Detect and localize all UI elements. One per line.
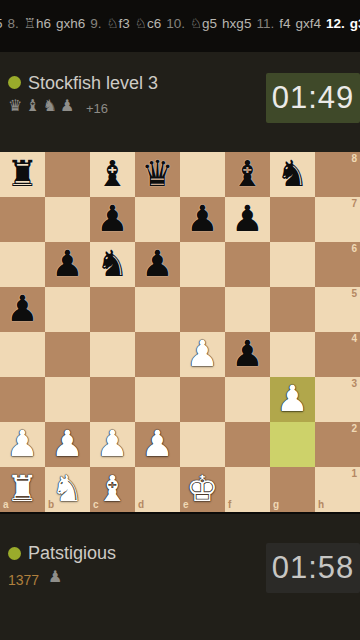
square-h2[interactable]: 2 (315, 422, 360, 467)
square-f7[interactable]: ♟ (225, 197, 270, 242)
file-label-e: e (183, 500, 189, 510)
move-token[interactable]: gxh6 (56, 16, 85, 31)
square-e1[interactable]: ♚e (180, 467, 225, 512)
square-g3[interactable]: ♟ (270, 377, 315, 422)
square-e4[interactable]: ♟ (180, 332, 225, 377)
square-a7[interactable] (0, 197, 45, 242)
black-rook[interactable]: ♜ (0, 152, 45, 197)
square-d3[interactable] (135, 377, 180, 422)
top-player-block: Stockfish level 3 ♛♝♞♟ +16 01:49 (0, 52, 360, 152)
square-g6[interactable] (270, 242, 315, 287)
square-h6[interactable]: 6 (315, 242, 360, 287)
bottom-captured-tray: ♟ (48, 569, 62, 585)
square-e7[interactable]: ♟ (180, 197, 225, 242)
move-token[interactable]: hxg5 (222, 16, 251, 31)
rank-label-3: 3 (351, 379, 357, 389)
move-token[interactable]: f4 (279, 16, 290, 31)
captured-pawn-icon: ♟ (48, 569, 62, 585)
captured-knight-icon: ♞ (43, 98, 57, 114)
white-pawn[interactable]: ♟ (0, 422, 45, 467)
move-token[interactable]: 12. (326, 16, 345, 31)
bottom-clock: 01:58 (266, 543, 360, 593)
bottom-player-rating: 1377 (8, 572, 39, 588)
move-token[interactable]: ♘c6 (135, 15, 161, 31)
square-b7[interactable] (45, 197, 90, 242)
square-b5[interactable] (45, 287, 90, 332)
square-g8[interactable]: ♞ (270, 152, 315, 197)
move-token[interactable]: 9. (90, 16, 101, 31)
square-c1[interactable]: ♝c (90, 467, 135, 512)
square-b2[interactable]: ♟ (45, 422, 90, 467)
black-pawn[interactable]: ♟ (135, 242, 180, 287)
white-pawn[interactable]: ♟ (45, 422, 90, 467)
black-knight[interactable]: ♞ (270, 152, 315, 197)
square-c2[interactable]: ♟ (90, 422, 135, 467)
square-b1[interactable]: ♞b (45, 467, 90, 512)
bottom-player-name[interactable]: Patstigious (28, 543, 116, 563)
captured-bishop-icon: ♝ (25, 98, 39, 114)
square-h3[interactable]: 3 (315, 377, 360, 422)
black-pawn[interactable]: ♟ (0, 287, 45, 332)
black-pawn[interactable]: ♟ (225, 197, 270, 242)
file-label-d: d (138, 500, 144, 510)
move-token[interactable]: 8. (8, 16, 19, 31)
square-d2[interactable]: ♟ (135, 422, 180, 467)
rank-label-8: 8 (351, 154, 357, 164)
white-pawn[interactable]: ♟ (135, 422, 180, 467)
move-token[interactable]: ♘g5 (190, 15, 217, 31)
file-label-c: c (93, 500, 99, 510)
square-h5[interactable]: 5 (315, 287, 360, 332)
square-f8[interactable]: ♝ (225, 152, 270, 197)
square-g7[interactable] (270, 197, 315, 242)
move-list-bar: ygg 58.♖h6gxh69.♘f3♘c610.♘g5hxg511.f4gxf… (0, 0, 360, 52)
square-h7[interactable]: 7 (315, 197, 360, 242)
square-e3[interactable] (180, 377, 225, 422)
square-g2[interactable] (270, 422, 315, 467)
square-e5[interactable] (180, 287, 225, 332)
file-label-f: f (228, 500, 231, 510)
square-c7[interactable]: ♟ (90, 197, 135, 242)
square-h1[interactable]: 1h (315, 467, 360, 512)
square-d6[interactable]: ♟ (135, 242, 180, 287)
file-label-b: b (48, 500, 54, 510)
move-token[interactable]: ♘f3 (106, 15, 129, 31)
black-pawn[interactable]: ♟ (225, 332, 270, 377)
square-c6[interactable]: ♞ (90, 242, 135, 287)
bottom-player-block: Patstigious 1377 ♟ 01:58 (0, 512, 360, 640)
file-label-g: g (273, 500, 279, 510)
rank-label-5: 5 (351, 289, 357, 299)
rank-label-2: 2 (351, 424, 357, 434)
square-b4[interactable] (45, 332, 90, 377)
square-c4[interactable] (90, 332, 135, 377)
square-g1[interactable]: g (270, 467, 315, 512)
square-a4[interactable] (0, 332, 45, 377)
square-c8[interactable]: ♝ (90, 152, 135, 197)
white-pawn[interactable]: ♟ (270, 377, 315, 422)
square-b3[interactable] (45, 377, 90, 422)
move-token[interactable]: ♖h6 (24, 15, 51, 31)
square-a1[interactable]: ♜a (0, 467, 45, 512)
square-a6[interactable] (0, 242, 45, 287)
top-clock: 01:49 (266, 73, 360, 123)
square-b8[interactable] (45, 152, 90, 197)
square-e6[interactable] (180, 242, 225, 287)
square-g5[interactable] (270, 287, 315, 332)
square-f3[interactable] (225, 377, 270, 422)
white-pawn[interactable]: ♟ (180, 332, 225, 377)
rank-label-1: 1 (351, 469, 357, 479)
square-a5[interactable]: ♟ (0, 287, 45, 332)
rank-label-7: 7 (351, 199, 357, 209)
move-token[interactable]: gxf4 (295, 16, 321, 31)
square-f4[interactable]: ♟ (225, 332, 270, 377)
black-pawn[interactable]: ♟ (45, 242, 90, 287)
square-h8[interactable]: 8 (315, 152, 360, 197)
file-label-a: a (3, 500, 9, 510)
move-list: 58.♖h6gxh69.♘f3♘c610.♘g5hxg511.f4gxf412.… (0, 15, 355, 31)
square-d5[interactable] (135, 287, 180, 332)
square-e8[interactable] (180, 152, 225, 197)
online-dot-icon (8, 76, 21, 89)
square-d4[interactable] (135, 332, 180, 377)
top-player-name[interactable]: Stockfish level 3 (28, 73, 158, 93)
captured-pawn-icon: ♟ (60, 98, 74, 114)
black-pawn[interactable]: ♟ (180, 197, 225, 242)
square-d7[interactable] (135, 197, 180, 242)
rank-label-4: 4 (351, 334, 357, 344)
square-b6[interactable]: ♟ (45, 242, 90, 287)
square-f6[interactable] (225, 242, 270, 287)
rank-label-6: 6 (351, 244, 357, 254)
material-advantage: +16 (86, 101, 108, 116)
black-knight[interactable]: ♞ (90, 242, 135, 287)
top-captured-tray: ♛♝♞♟ (8, 98, 74, 114)
black-bishop[interactable]: ♝ (90, 152, 135, 197)
square-f1[interactable]: f (225, 467, 270, 512)
square-a8[interactable]: ♜ (0, 152, 45, 197)
square-c3[interactable] (90, 377, 135, 422)
black-queen[interactable]: ♛ (135, 152, 180, 197)
move-token[interactable]: 5 (0, 16, 3, 31)
file-label-h: h (318, 500, 324, 510)
move-token[interactable]: 11. (256, 16, 274, 31)
square-a3[interactable] (0, 377, 45, 422)
move-token[interactable]: 10. (166, 16, 185, 31)
square-a2[interactable]: ♟ (0, 422, 45, 467)
move-token[interactable]: g3 (350, 16, 360, 31)
square-g4[interactable] (270, 332, 315, 377)
square-h4[interactable]: 4 (315, 332, 360, 377)
square-f2[interactable] (225, 422, 270, 467)
square-e2[interactable] (180, 422, 225, 467)
square-f5[interactable] (225, 287, 270, 332)
chess-board[interactable]: ♜♝♛♝♞8♟♟♟7♟♞♟6♟5♟♟4♟3♟♟♟♟2♜a♞b♝cd♚efg1h (0, 152, 360, 512)
black-pawn[interactable]: ♟ (90, 197, 135, 242)
square-c5[interactable] (90, 287, 135, 332)
black-bishop[interactable]: ♝ (225, 152, 270, 197)
captured-queen-icon: ♛ (8, 98, 22, 114)
white-pawn[interactable]: ♟ (90, 422, 135, 467)
square-d8[interactable]: ♛ (135, 152, 180, 197)
square-d1[interactable]: d (135, 467, 180, 512)
online-dot-icon (8, 547, 21, 560)
